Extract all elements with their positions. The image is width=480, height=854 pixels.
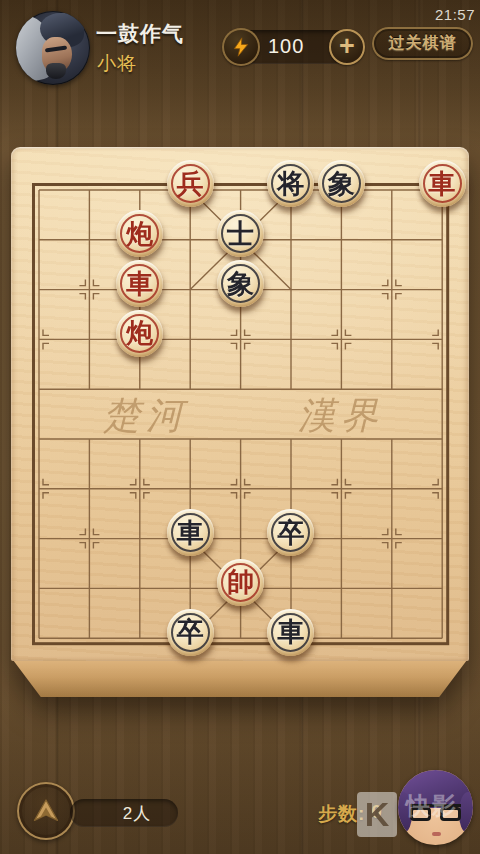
puzzle-library-label: 过关棋谱 bbox=[389, 33, 457, 54]
watermark-letter: K bbox=[365, 795, 390, 834]
piece-black-chariot[interactable]: 車 bbox=[167, 509, 214, 556]
piece-black-chariot[interactable]: 車 bbox=[267, 609, 314, 656]
video-watermark: K bbox=[357, 792, 397, 837]
piece-glyph: 象 bbox=[227, 266, 254, 302]
piece-glyph: 象 bbox=[328, 166, 355, 202]
expand-menu-button[interactable] bbox=[17, 782, 75, 840]
piece-black-soldier[interactable]: 卒 bbox=[167, 609, 214, 656]
piece-glyph: 兵 bbox=[177, 166, 204, 202]
avatar-mouth bbox=[432, 832, 441, 836]
piece-red-chariot[interactable]: 車 bbox=[419, 160, 466, 207]
arrow-up-icon bbox=[29, 794, 63, 828]
piece-black-elephant[interactable]: 象 bbox=[318, 160, 365, 207]
players-count-label: 2人 bbox=[97, 802, 151, 825]
add-energy-button[interactable]: + bbox=[329, 29, 365, 65]
piece-glyph: 車 bbox=[277, 614, 304, 650]
piece-glyph: 将 bbox=[277, 166, 304, 202]
avatar-beard bbox=[46, 63, 66, 79]
opponent-avatar[interactable]: 快影 bbox=[398, 770, 473, 845]
piece-black-soldier[interactable]: 卒 bbox=[267, 509, 314, 556]
piece-glyph: 卒 bbox=[177, 614, 204, 650]
xiangqi-board[interactable]: 楚河 漢界 兵将象車炮士車象炮車卒帥卒車 bbox=[0, 0, 480, 854]
piece-glyph: 卒 bbox=[277, 515, 304, 551]
puzzle-library-button[interactable]: 过关棋谱 bbox=[372, 27, 473, 60]
board-bottom-bevel bbox=[11, 661, 469, 697]
energy-value: 100 bbox=[268, 35, 304, 58]
watermark-text: 快影 bbox=[406, 790, 458, 822]
piece-red-cannon[interactable]: 炮 bbox=[116, 310, 163, 357]
player-rank: 小将 bbox=[97, 51, 137, 77]
pieces-layer: 兵将象車炮士車象炮車卒帥卒車 bbox=[14, 165, 468, 663]
piece-glyph: 帥 bbox=[227, 564, 254, 600]
app-background: { "game": "xiangqi (Chinese Chess) — 过关 … bbox=[0, 0, 480, 854]
piece-glyph: 炮 bbox=[126, 216, 153, 252]
piece-glyph: 車 bbox=[429, 166, 456, 202]
player-avatar[interactable] bbox=[16, 11, 90, 85]
piece-red-soldier[interactable]: 兵 bbox=[167, 160, 214, 207]
piece-black-elephant[interactable]: 象 bbox=[217, 260, 264, 307]
piece-red-chariot[interactable]: 車 bbox=[116, 260, 163, 307]
piece-red-general[interactable]: 帥 bbox=[217, 559, 264, 606]
piece-black-general[interactable]: 将 bbox=[267, 160, 314, 207]
piece-glyph: 士 bbox=[227, 216, 254, 252]
player-name: 一鼓作气 bbox=[96, 20, 184, 48]
piece-glyph: 車 bbox=[126, 266, 153, 302]
lightning-icon bbox=[222, 28, 260, 66]
piece-glyph: 炮 bbox=[126, 315, 153, 351]
piece-red-cannon[interactable]: 炮 bbox=[116, 210, 163, 257]
piece-glyph: 車 bbox=[177, 515, 204, 551]
status-clock: 21:57 bbox=[435, 6, 475, 23]
players-count-pill: 2人 bbox=[70, 799, 178, 827]
piece-black-advisor[interactable]: 士 bbox=[217, 210, 264, 257]
